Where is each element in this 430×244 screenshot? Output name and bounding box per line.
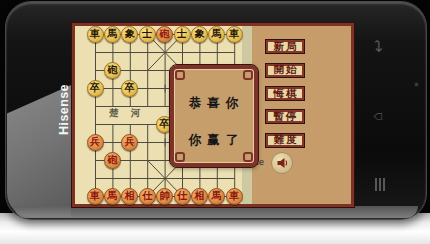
xiangqi-piece-black[interactable]: 士 [174, 26, 191, 43]
xiangqi-piece-red[interactable]: 仕 [174, 188, 191, 205]
xiangqi-piece-red[interactable]: 砲 [104, 152, 121, 169]
brand-logo: Hisense [57, 75, 70, 145]
xiangqi-piece-red[interactable]: 馬 [208, 188, 225, 205]
phone-body: Hisense ↩ ⌂ 楚 河 車馬象士砲士象馬車砲卒卒卒兵兵砲車馬相仕帥仕相馬… [5, 1, 427, 220]
xiangqi-piece-red[interactable]: 砲 [156, 26, 173, 43]
xiangqi-piece-black[interactable]: 卒 [121, 80, 138, 97]
xiangqi-piece-black[interactable]: 車 [226, 26, 243, 43]
back-icon[interactable]: ↩ [371, 39, 387, 52]
new-game-button[interactable]: 新局 [265, 39, 305, 54]
xiangqi-piece-red[interactable]: 兵 [121, 134, 138, 151]
xiangqi-piece-red[interactable]: 相 [191, 188, 208, 205]
dialog-corner-ornament [175, 70, 185, 80]
start-button[interactable]: 開始 [265, 63, 305, 78]
victory-dialog: 恭喜你 你赢了 [170, 65, 258, 167]
undo-move-button[interactable]: 悔棋 [265, 86, 305, 101]
xiangqi-piece-black[interactable]: 象 [191, 26, 208, 43]
game-screen: 楚 河 車馬象士砲士象馬車砲卒卒卒兵兵砲車馬相仕帥仕相馬車 新局 開始 悔棋 暫… [72, 23, 354, 207]
dialog-text-congrats: 恭喜你 [174, 95, 254, 112]
dialog-text-you-won: 你赢了 [174, 132, 254, 149]
camera-icon [415, 83, 418, 86]
xiangqi-piece-black[interactable]: 卒 [87, 80, 104, 97]
xiangqi-piece-red[interactable]: 車 [226, 188, 243, 205]
xiangqi-piece-red[interactable]: 兵 [87, 134, 104, 151]
xiangqi-piece-black[interactable]: 馬 [104, 26, 121, 43]
xiangqi-piece-red[interactable]: 仕 [139, 188, 156, 205]
xiangqi-piece-red[interactable]: 帥 [156, 188, 173, 205]
control-panel: 新局 開始 悔棋 暫停 難度 voice [252, 26, 351, 204]
bezel-sheen-bottom [14, 206, 418, 218]
dialog-corner-ornament [243, 70, 253, 80]
home-icon[interactable]: ⌂ [369, 112, 384, 121]
xiangqi-piece-black[interactable]: 馬 [208, 26, 225, 43]
xiangqi-piece-red[interactable]: 相 [121, 188, 138, 205]
speaker-icon [276, 157, 288, 169]
xiangqi-piece-black[interactable]: 砲 [104, 62, 121, 79]
difficulty-button[interactable]: 難度 [265, 133, 305, 148]
xiangqi-piece-black[interactable]: 車 [87, 26, 104, 43]
xiangqi-piece-black[interactable]: 士 [139, 26, 156, 43]
xiangqi-piece-black[interactable]: 象 [121, 26, 138, 43]
xiangqi-piece-red[interactable]: 馬 [104, 188, 121, 205]
voice-toggle-button[interactable] [271, 152, 293, 174]
xiangqi-piece-red[interactable]: 車 [87, 188, 104, 205]
dialog-corner-ornament [243, 152, 253, 162]
pause-button[interactable]: 暫停 [265, 109, 305, 124]
scene: Hisense ↩ ⌂ 楚 河 車馬象士砲士象馬車砲卒卒卒兵兵砲車馬相仕帥仕相馬… [0, 0, 430, 244]
menu-icon[interactable] [375, 178, 387, 191]
dialog-corner-ornament [175, 152, 185, 162]
